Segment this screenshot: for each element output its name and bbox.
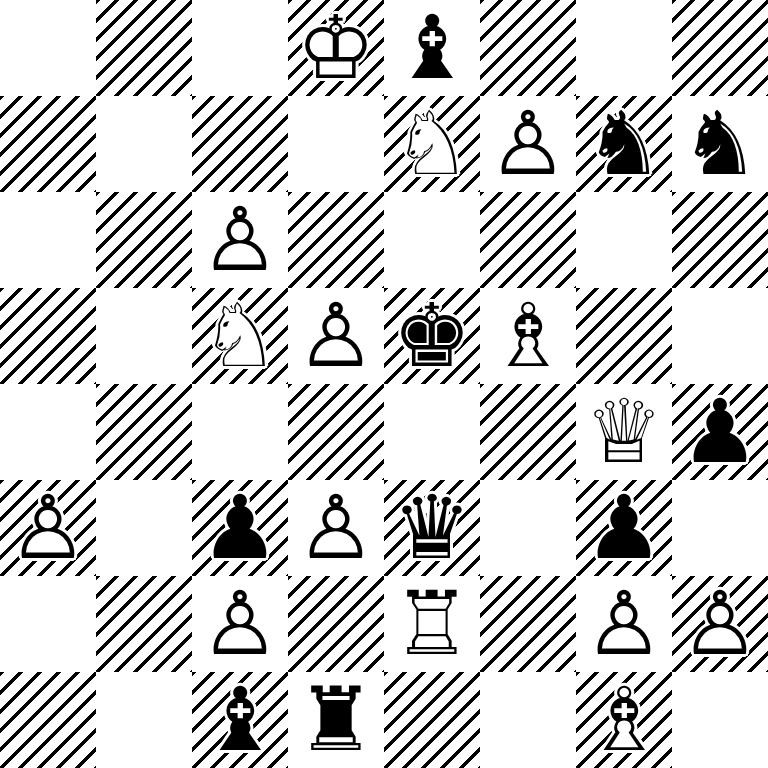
black-pawn[interactable]: ♟ [672,384,768,480]
square-c7[interactable] [192,96,288,192]
square-e1[interactable] [384,672,480,768]
square-g6[interactable] [576,192,672,288]
square-e5[interactable]: ♚♚ [384,288,480,384]
white-rook[interactable]: ♖ [384,576,480,672]
square-d6[interactable] [288,192,384,288]
square-a6[interactable] [0,192,96,288]
square-b4[interactable] [96,384,192,480]
square-c6[interactable]: ♟♙ [192,192,288,288]
square-b5[interactable] [96,288,192,384]
black-pawn[interactable]: ♟ [192,480,288,576]
square-h4[interactable]: ♟♟ [672,384,768,480]
square-d5[interactable]: ♟♙ [288,288,384,384]
square-g1[interactable]: ♝♗ [576,672,672,768]
square-b8[interactable] [96,0,192,96]
white-pawn[interactable]: ♙ [672,576,768,672]
square-e8[interactable]: ♝♝ [384,0,480,96]
square-b7[interactable] [96,96,192,192]
square-f1[interactable] [480,672,576,768]
square-a4[interactable] [0,384,96,480]
square-g2[interactable]: ♟♙ [576,576,672,672]
square-a3[interactable]: ♟♙ [0,480,96,576]
square-h3[interactable] [672,480,768,576]
square-a8[interactable] [0,0,96,96]
black-knight[interactable]: ♞ [576,96,672,192]
square-a5[interactable] [0,288,96,384]
square-c4[interactable] [192,384,288,480]
square-f7[interactable]: ♟♙ [480,96,576,192]
black-queen[interactable]: ♛ [384,480,480,576]
square-a7[interactable] [0,96,96,192]
square-f6[interactable] [480,192,576,288]
square-f8[interactable] [480,0,576,96]
black-rook[interactable]: ♜ [288,672,384,768]
square-g7[interactable]: ♞♞ [576,96,672,192]
black-knight[interactable]: ♞ [672,96,768,192]
square-h7[interactable]: ♞♞ [672,96,768,192]
black-king[interactable]: ♚ [384,288,480,384]
square-f4[interactable] [480,384,576,480]
black-pawn[interactable]: ♟ [576,480,672,576]
square-e2[interactable]: ♜♖ [384,576,480,672]
square-b2[interactable] [96,576,192,672]
white-pawn[interactable]: ♙ [288,480,384,576]
square-b1[interactable] [96,672,192,768]
square-g4[interactable]: ♛♕ [576,384,672,480]
white-king[interactable]: ♔ [288,0,384,96]
white-pawn[interactable]: ♙ [480,96,576,192]
white-queen[interactable]: ♕ [576,384,672,480]
square-c3[interactable]: ♟♟ [192,480,288,576]
square-d2[interactable] [288,576,384,672]
black-bishop[interactable]: ♝ [192,672,288,768]
white-pawn[interactable]: ♙ [192,192,288,288]
white-pawn[interactable]: ♙ [288,288,384,384]
square-a1[interactable] [0,672,96,768]
square-c2[interactable]: ♟♙ [192,576,288,672]
square-f3[interactable] [480,480,576,576]
square-g3[interactable]: ♟♟ [576,480,672,576]
black-bishop[interactable]: ♝ [384,0,480,96]
white-bishop[interactable]: ♗ [480,288,576,384]
square-d8[interactable]: ♚♔ [288,0,384,96]
square-f5[interactable]: ♝♗ [480,288,576,384]
square-a2[interactable] [0,576,96,672]
white-pawn[interactable]: ♙ [576,576,672,672]
square-c8[interactable] [192,0,288,96]
white-knight[interactable]: ♘ [192,288,288,384]
square-h8[interactable] [672,0,768,96]
white-bishop[interactable]: ♗ [576,672,672,768]
square-h1[interactable] [672,672,768,768]
square-e7[interactable]: ♞♘ [384,96,480,192]
square-h2[interactable]: ♟♙ [672,576,768,672]
white-pawn[interactable]: ♙ [0,480,96,576]
square-d3[interactable]: ♟♙ [288,480,384,576]
chess-board: ♚♔♝♝♞♘♟♙♞♞♞♞♟♙♞♘♟♙♚♚♝♗♛♕♟♟♟♙♟♟♟♙♛♛♟♟♟♙♜♖… [0,0,768,768]
square-d7[interactable] [288,96,384,192]
square-c1[interactable]: ♝♝ [192,672,288,768]
square-e6[interactable] [384,192,480,288]
square-f2[interactable] [480,576,576,672]
square-g5[interactable] [576,288,672,384]
square-b3[interactable] [96,480,192,576]
square-h5[interactable] [672,288,768,384]
square-e3[interactable]: ♛♛ [384,480,480,576]
square-d1[interactable]: ♜♜ [288,672,384,768]
square-g8[interactable] [576,0,672,96]
square-b6[interactable] [96,192,192,288]
square-c5[interactable]: ♞♘ [192,288,288,384]
square-e4[interactable] [384,384,480,480]
square-d4[interactable] [288,384,384,480]
white-knight[interactable]: ♘ [384,96,480,192]
white-pawn[interactable]: ♙ [192,576,288,672]
square-h6[interactable] [672,192,768,288]
